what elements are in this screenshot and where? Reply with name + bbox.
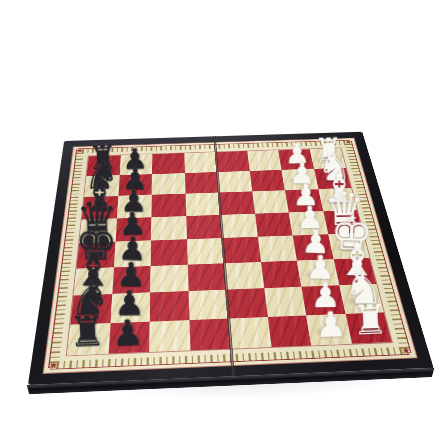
square-r1-c6[interactable] — [247, 150, 282, 171]
square-r1-c4[interactable] — [184, 152, 217, 173]
square-r6-c6[interactable] — [260, 260, 301, 288]
square-r8-c8[interactable]: ♜ — [345, 312, 392, 344]
square-r2-c4[interactable] — [184, 172, 218, 194]
black-rook[interactable]: ♜ — [67, 310, 106, 353]
square-r2-c6[interactable] — [249, 170, 285, 192]
corner-star-icon: ★ — [45, 359, 62, 372]
square-r7-c6[interactable] — [264, 287, 306, 317]
chess-board: ★ ★ ★ ★ ♜♟♟♜♞♟♟♞♝♟♟♝♛♟♟♛♚♟♟♚♝♟♟♝♞♟♟♞♜♟♟♜ — [28, 132, 434, 385]
square-r3-c3[interactable] — [151, 194, 186, 217]
square-r1-c3[interactable] — [152, 153, 185, 174]
black-rook-glyph: ♜ — [67, 310, 106, 353]
white-rook[interactable]: ♜ — [352, 299, 390, 341]
white-pawn[interactable]: ♟ — [314, 307, 347, 344]
board-perspective-wrap: ★ ★ ★ ★ ♜♟♟♜♞♟♟♞♝♟♟♝♛♟♟♛♚♟♟♚♝♟♟♝♞♟♟♞♜♟♟♜ — [26, 98, 418, 378]
black-pawn[interactable]: ♟ — [111, 314, 144, 351]
square-r8-c5[interactable] — [228, 317, 271, 349]
square-r8-c3[interactable] — [149, 320, 190, 352]
square-r5-c6[interactable] — [257, 235, 296, 261]
square-r8-c2[interactable]: ♟ — [108, 321, 149, 353]
square-r6-c5[interactable] — [224, 262, 264, 290]
white-pawn-glyph: ♟ — [314, 307, 347, 344]
square-r7-c4[interactable] — [188, 290, 228, 320]
square-r3-c5[interactable] — [219, 191, 255, 214]
square-r5-c4[interactable] — [186, 238, 223, 264]
square-r4-c6[interactable] — [255, 212, 293, 237]
square-r6-c3[interactable] — [150, 264, 188, 292]
square-r3-c4[interactable] — [185, 193, 220, 216]
square-r2-c5[interactable] — [217, 171, 252, 193]
white-rook-glyph: ♜ — [352, 299, 390, 341]
square-r7-c3[interactable] — [150, 291, 189, 321]
photo-background: ★ ★ ★ ★ ♜♟♟♜♞♟♟♞♝♟♟♝♛♟♟♛♚♟♟♚♝♟♟♝♞♟♟♞♜♟♟♜ — [0, 0, 444, 444]
square-r1-c5[interactable] — [215, 151, 249, 172]
square-r5-c5[interactable] — [222, 237, 260, 263]
square-r8-c4[interactable] — [189, 318, 231, 350]
square-r8-c7[interactable]: ♟ — [306, 314, 351, 346]
square-r8-c1[interactable]: ♜ — [67, 323, 110, 356]
square-r5-c3[interactable] — [150, 239, 187, 265]
square-r4-c5[interactable] — [220, 213, 257, 238]
square-r2-c3[interactable] — [152, 173, 186, 195]
square-r3-c6[interactable] — [252, 190, 289, 213]
square-r4-c4[interactable] — [186, 215, 222, 240]
square-r7-c5[interactable] — [226, 288, 267, 318]
square-r4-c3[interactable] — [151, 216, 187, 241]
black-pawn-glyph: ♟ — [111, 314, 144, 351]
square-r6-c4[interactable] — [187, 263, 226, 291]
square-r8-c6[interactable] — [267, 315, 311, 347]
